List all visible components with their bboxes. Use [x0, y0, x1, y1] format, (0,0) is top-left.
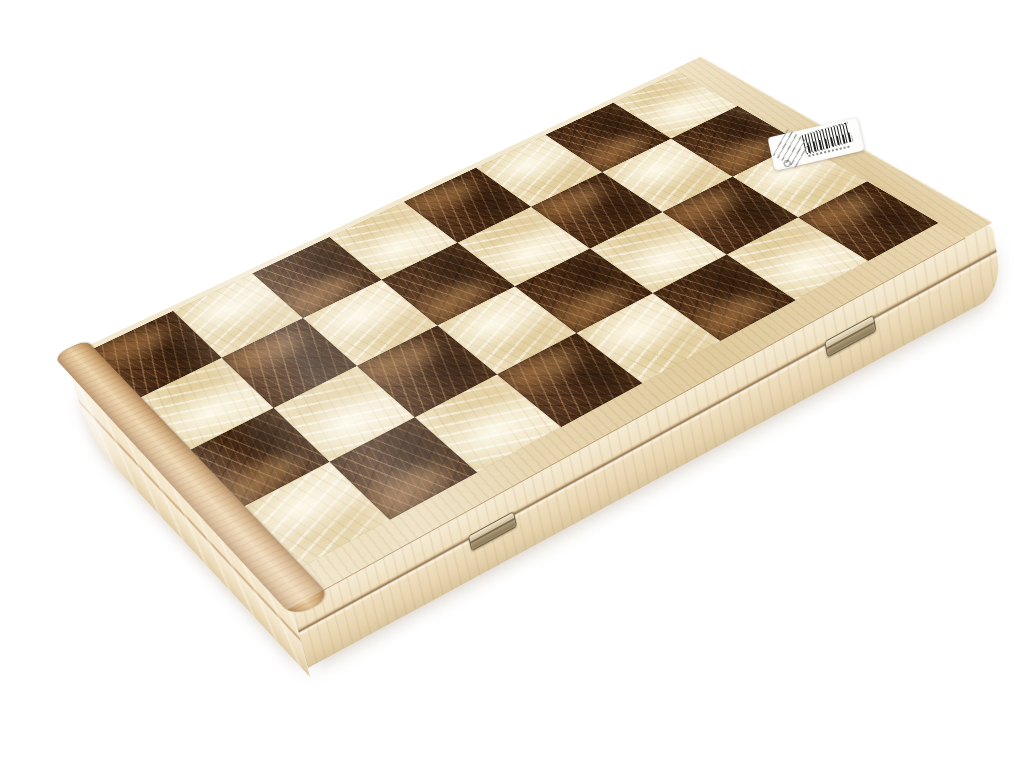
label-cert-mark	[783, 159, 791, 167]
product-photo	[0, 0, 1024, 768]
